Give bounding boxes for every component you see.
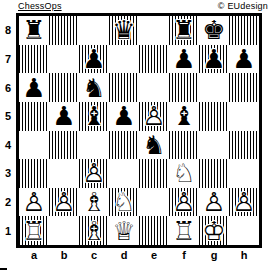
square-e3[interactable]	[139, 159, 169, 188]
piece-white-pawn[interactable]: ♟♙	[79, 159, 109, 188]
square-c2[interactable]: ♝♗	[79, 188, 109, 217]
square-d5[interactable]: ♟	[109, 102, 139, 131]
piece-glyph-outline: ♙	[199, 188, 229, 217]
file-labels: abcdefgh	[19, 249, 259, 263]
piece-white-pawn[interactable]: ♟♙	[199, 188, 229, 217]
piece-glyph-fill: ♝	[169, 102, 199, 131]
piece-glyph-outline: ♖	[19, 216, 49, 245]
piece-glyph-fill: ♟	[109, 102, 139, 131]
square-c4[interactable]	[79, 131, 109, 160]
square-g5[interactable]	[199, 102, 229, 131]
piece-black-queen[interactable]: ♛	[109, 16, 139, 45]
square-b4[interactable]	[49, 131, 79, 160]
piece-white-knight[interactable]: ♞♘	[109, 188, 139, 217]
piece-glyph-outline: ♙	[229, 188, 259, 217]
piece-glyph-outline: ♙	[19, 188, 49, 217]
square-f3[interactable]: ♞♘	[169, 159, 199, 188]
square-e1[interactable]	[139, 216, 169, 245]
piece-black-pawn[interactable]: ♟	[199, 45, 229, 74]
square-h7[interactable]: ♟	[229, 45, 259, 74]
piece-glyph-outline: ♙	[49, 188, 79, 217]
file-label-g: g	[199, 249, 229, 263]
square-a4[interactable]	[19, 131, 49, 160]
file-label-f: f	[169, 249, 199, 263]
square-b3[interactable]	[49, 159, 79, 188]
piece-glyph-fill: ♜	[19, 16, 49, 45]
square-f6[interactable]	[169, 73, 199, 102]
piece-black-bishop[interactable]: ♝	[169, 102, 199, 131]
piece-glyph-outline: ♕	[109, 216, 139, 245]
piece-glyph-fill: ♜	[169, 16, 199, 45]
app-title-link[interactable]: ChessOps	[18, 1, 62, 11]
square-h5[interactable]	[229, 102, 259, 131]
square-h3[interactable]	[229, 159, 259, 188]
file-label-a: a	[19, 249, 49, 263]
square-h2[interactable]: ♟♙	[229, 188, 259, 217]
square-e8[interactable]	[139, 16, 169, 45]
piece-glyph-outline: ♗	[79, 188, 109, 217]
piece-glyph-outline: ♙	[169, 188, 199, 217]
rank-label-6: 6	[0, 73, 16, 102]
piece-black-pawn[interactable]: ♟	[109, 102, 139, 131]
piece-black-rook[interactable]: ♜	[19, 16, 49, 45]
rank-label-4: 4	[0, 131, 16, 160]
square-g7[interactable]: ♟	[199, 45, 229, 74]
piece-white-knight[interactable]: ♞♘	[169, 159, 199, 188]
square-g2[interactable]: ♟♙	[199, 188, 229, 217]
square-g6[interactable]	[199, 73, 229, 102]
square-f2[interactable]: ♟♙	[169, 188, 199, 217]
piece-glyph-fill: ♟	[19, 73, 49, 102]
piece-glyph-outline: ♔	[199, 216, 229, 245]
square-h1[interactable]	[229, 216, 259, 245]
square-g1[interactable]: ♚♔	[199, 216, 229, 245]
chess-diagram: ChessOps © EUdesign 87654321 ♜♛♜♚♟♟♟♟♟♞♟…	[0, 0, 270, 270]
square-b7[interactable]	[49, 45, 79, 74]
piece-white-pawn[interactable]: ♟♙	[139, 102, 169, 131]
square-c1[interactable]: ♝♗	[79, 216, 109, 245]
square-f1[interactable]: ♜♖	[169, 216, 199, 245]
square-a8[interactable]: ♜	[19, 16, 49, 45]
square-d2[interactable]: ♞♘	[109, 188, 139, 217]
piece-black-rook[interactable]: ♜	[169, 16, 199, 45]
piece-white-queen[interactable]: ♛♕	[109, 216, 139, 245]
rank-label-2: 2	[0, 188, 16, 217]
piece-glyph-outline: ♙	[79, 159, 109, 188]
square-b1[interactable]	[49, 216, 79, 245]
square-d8[interactable]: ♛	[109, 16, 139, 45]
piece-black-king[interactable]: ♚	[199, 16, 229, 45]
piece-white-bishop[interactable]: ♝♗	[79, 188, 109, 217]
piece-black-knight[interactable]: ♞	[79, 73, 109, 102]
square-h8[interactable]	[229, 16, 259, 45]
chess-board: ♜♛♜♚♟♟♟♟♟♞♟♝♟♟♙♝♞♟♙♞♘♟♙♟♙♝♗♞♘♟♙♟♙♟♙♜♖♝♗♛…	[16, 13, 262, 248]
square-a1[interactable]: ♜♖	[19, 216, 49, 245]
rank-label-3: 3	[0, 159, 16, 188]
square-a2[interactable]: ♟♙	[19, 188, 49, 217]
piece-glyph-fill: ♟	[199, 45, 229, 74]
square-d3[interactable]	[109, 159, 139, 188]
square-a3[interactable]	[19, 159, 49, 188]
square-f5[interactable]: ♝	[169, 102, 199, 131]
file-label-e: e	[139, 249, 169, 263]
credit-label: © EUdesign	[218, 1, 268, 11]
square-b6[interactable]	[49, 73, 79, 102]
piece-black-bishop[interactable]: ♝	[79, 102, 109, 131]
piece-glyph-fill: ♞	[79, 73, 109, 102]
square-c7[interactable]: ♟	[79, 45, 109, 74]
square-e6[interactable]	[139, 73, 169, 102]
square-d4[interactable]	[109, 131, 139, 160]
piece-glyph-fill: ♟	[229, 45, 259, 74]
piece-white-king[interactable]: ♚♔	[199, 216, 229, 245]
square-b5[interactable]: ♟	[49, 102, 79, 131]
piece-black-pawn[interactable]: ♟	[49, 102, 79, 131]
square-g4[interactable]	[199, 131, 229, 160]
piece-white-pawn[interactable]: ♟♙	[169, 188, 199, 217]
square-e4[interactable]: ♞	[139, 131, 169, 160]
piece-glyph-outline: ♘	[109, 188, 139, 217]
square-f7[interactable]: ♟	[169, 45, 199, 74]
square-e7[interactable]	[139, 45, 169, 74]
square-f4[interactable]	[169, 131, 199, 160]
piece-glyph-fill: ♚	[199, 16, 229, 45]
rank-label-7: 7	[0, 45, 16, 74]
square-b2[interactable]: ♟♙	[49, 188, 79, 217]
piece-glyph-fill: ♟	[169, 45, 199, 74]
file-label-h: h	[229, 249, 259, 263]
piece-glyph-fill: ♟	[49, 102, 79, 131]
piece-glyph-outline: ♗	[79, 216, 109, 245]
square-a6[interactable]: ♟	[19, 73, 49, 102]
square-h6[interactable]	[229, 73, 259, 102]
piece-black-knight[interactable]: ♞	[139, 131, 169, 160]
square-e2[interactable]	[139, 188, 169, 217]
piece-white-rook[interactable]: ♜♖	[19, 216, 49, 245]
file-label-b: b	[49, 249, 79, 263]
piece-white-rook[interactable]: ♜♖	[169, 216, 199, 245]
piece-glyph-fill: ♝	[79, 102, 109, 131]
piece-white-pawn[interactable]: ♟♙	[49, 188, 79, 217]
piece-glyph-fill: ♛	[109, 16, 139, 45]
square-c5[interactable]: ♝	[79, 102, 109, 131]
rank-label-8: 8	[0, 16, 16, 45]
square-d6[interactable]	[109, 73, 139, 102]
piece-white-pawn[interactable]: ♟♙	[229, 188, 259, 217]
square-g8[interactable]: ♚	[199, 16, 229, 45]
rank-label-1: 1	[0, 216, 16, 245]
piece-glyph-fill: ♟	[79, 45, 109, 74]
piece-black-pawn[interactable]: ♟	[229, 45, 259, 74]
square-b8[interactable]	[49, 16, 79, 45]
square-c3[interactable]: ♟♙	[79, 159, 109, 188]
rank-labels: 87654321	[0, 16, 16, 245]
piece-glyph-fill: ♞	[139, 131, 169, 160]
piece-white-pawn[interactable]: ♟♙	[19, 188, 49, 217]
file-label-c: c	[79, 249, 109, 263]
square-c6[interactable]: ♞	[79, 73, 109, 102]
square-d1[interactable]: ♛♕	[109, 216, 139, 245]
square-h4[interactable]	[229, 131, 259, 160]
rank-label-5: 5	[0, 102, 16, 131]
square-g3[interactable]	[199, 159, 229, 188]
piece-black-pawn[interactable]: ♟	[169, 45, 199, 74]
square-f8[interactable]: ♜	[169, 16, 199, 45]
piece-glyph-outline: ♖	[169, 216, 199, 245]
piece-black-pawn[interactable]: ♟	[79, 45, 109, 74]
piece-white-bishop[interactable]: ♝♗	[79, 216, 109, 245]
square-e5[interactable]: ♟♙	[139, 102, 169, 131]
piece-glyph-outline: ♙	[139, 102, 169, 131]
square-a7[interactable]	[19, 45, 49, 74]
file-label-d: d	[109, 249, 139, 263]
square-d7[interactable]	[109, 45, 139, 74]
square-a5[interactable]	[19, 102, 49, 131]
piece-black-pawn[interactable]: ♟	[19, 73, 49, 102]
piece-glyph-outline: ♘	[169, 159, 199, 188]
square-c8[interactable]	[79, 16, 109, 45]
